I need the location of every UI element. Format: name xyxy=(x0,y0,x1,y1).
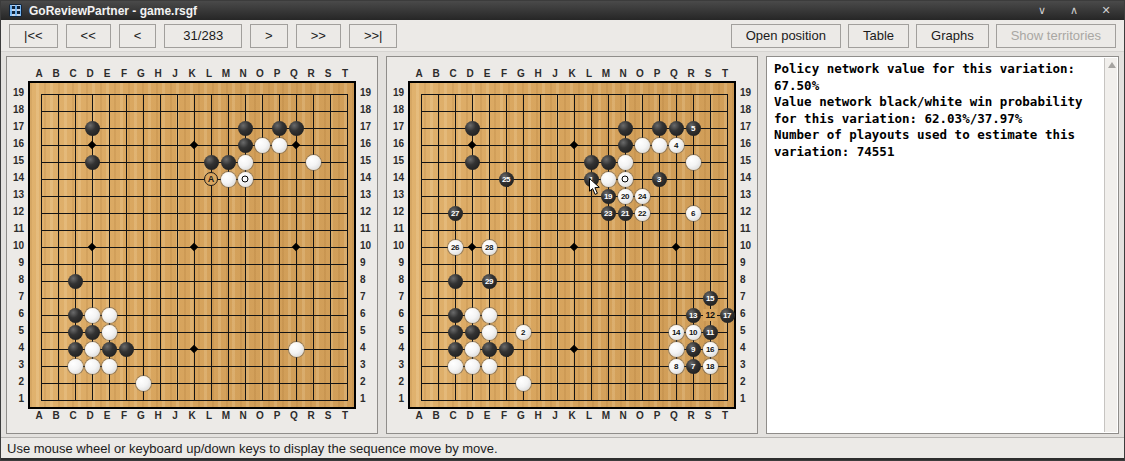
app-icon xyxy=(9,4,22,17)
first-move-button[interactable]: |<< xyxy=(9,24,58,48)
white-stone-d6 xyxy=(465,308,480,323)
white-stone-e10: 28 xyxy=(482,240,497,255)
row-label: 14 xyxy=(356,169,373,186)
row-label: 12 xyxy=(11,203,28,220)
white-stone-e3 xyxy=(102,359,117,374)
toolbar-actions: Open positionTableGraphsShow territories xyxy=(731,24,1116,48)
column-label: O xyxy=(252,409,269,423)
analysis-info-panel[interactable]: Policy network value for this variation:… xyxy=(766,56,1119,434)
row-label: 9 xyxy=(391,254,408,271)
column-label: R xyxy=(683,67,700,81)
column-labels-bottom: ABCDEFGHJKLMNOPQRST xyxy=(411,409,737,423)
row-label: 16 xyxy=(11,135,28,152)
white-stone-o12: 22 xyxy=(635,206,650,221)
black-stone-m15 xyxy=(221,155,236,170)
black-stone-c8 xyxy=(68,274,83,289)
black-stone-c5 xyxy=(448,325,463,340)
scroll-up-icon xyxy=(1108,62,1116,68)
move-number: 24 xyxy=(635,189,650,204)
move-number: 28 xyxy=(482,240,497,255)
row-label: 3 xyxy=(391,356,408,373)
move-number: 4 xyxy=(669,138,684,153)
black-stone-l15 xyxy=(584,155,599,170)
white-stone-s3: 18 xyxy=(703,359,718,374)
column-label: L xyxy=(201,67,218,81)
black-stone-f4 xyxy=(499,342,514,357)
row-label: 8 xyxy=(391,271,408,288)
move-number: 2 xyxy=(516,325,531,340)
row-label: 15 xyxy=(356,152,373,169)
column-label: O xyxy=(632,409,649,423)
black-stone-e4 xyxy=(102,342,117,357)
row-label: 6 xyxy=(11,305,28,322)
column-label: Q xyxy=(666,67,683,81)
white-stone-c10: 26 xyxy=(448,240,463,255)
black-stone-p14: 3 xyxy=(652,172,667,187)
move-number: 16 xyxy=(703,342,718,357)
column-label: A xyxy=(411,409,428,423)
column-label: F xyxy=(496,67,513,81)
move-number: 8 xyxy=(669,359,684,374)
column-label: P xyxy=(649,409,666,423)
row-label: 7 xyxy=(11,288,28,305)
maximize-button[interactable]: ∧ xyxy=(1064,4,1084,17)
white-stone-n14 xyxy=(618,172,633,187)
white-stone-o16 xyxy=(255,138,270,153)
column-label: A xyxy=(411,67,428,81)
column-label: D xyxy=(462,409,479,423)
row-label: 17 xyxy=(736,118,753,135)
move-number: 9 xyxy=(686,342,701,357)
column-label: B xyxy=(428,409,445,423)
column-label: D xyxy=(82,67,99,81)
white-stone-e5 xyxy=(482,325,497,340)
white-stone-p16 xyxy=(272,138,287,153)
white-stone-r12: 6 xyxy=(686,206,701,221)
white-stone-n15 xyxy=(618,155,633,170)
row-label: 14 xyxy=(391,169,408,186)
row-label: 12 xyxy=(391,203,408,220)
captured-move-number: 12 xyxy=(703,309,717,321)
window-controls: ∨∧✕ xyxy=(1032,4,1116,17)
row-label: 3 xyxy=(11,356,28,373)
row-label: 15 xyxy=(391,152,408,169)
row-label: 18 xyxy=(356,101,373,118)
row-label: 6 xyxy=(736,305,753,322)
row-label: 17 xyxy=(11,118,28,135)
black-stone-m13: 19 xyxy=(601,189,616,204)
row-label: 7 xyxy=(356,288,373,305)
column-label: D xyxy=(462,67,479,81)
column-label: Q xyxy=(666,409,683,423)
column-label: R xyxy=(683,409,700,423)
back-ten-button[interactable]: << xyxy=(66,24,111,48)
column-label: R xyxy=(303,67,320,81)
column-label: H xyxy=(150,67,167,81)
row-label: 19 xyxy=(11,84,28,101)
move-number: 18 xyxy=(703,359,718,374)
column-label: E xyxy=(479,409,496,423)
minimize-button[interactable]: ∨ xyxy=(1032,4,1052,17)
status-text: Use mouse wheel or keyboard up/down keys… xyxy=(7,441,498,456)
move-number: 21 xyxy=(618,206,633,221)
white-stone-o16 xyxy=(635,138,650,153)
row-labels-left: 19181716151413121110987654321 xyxy=(11,84,28,410)
white-stone-g2 xyxy=(136,376,151,391)
row-label: 11 xyxy=(356,220,373,237)
graphs-button[interactable]: Graphs xyxy=(916,24,989,48)
row-label: 9 xyxy=(11,254,28,271)
black-stone-n17 xyxy=(238,121,253,136)
forward-ten-button[interactable]: >> xyxy=(296,24,341,48)
white-stone-q5: 14 xyxy=(669,325,684,340)
white-stone-c3 xyxy=(68,359,83,374)
white-stone-q4 xyxy=(669,342,684,357)
white-stone-e3 xyxy=(482,359,497,374)
white-stone-e5 xyxy=(102,325,117,340)
last-move-marker xyxy=(242,176,249,183)
column-label: C xyxy=(445,409,462,423)
white-stone-o13: 24 xyxy=(635,189,650,204)
black-stone-c6 xyxy=(448,308,463,323)
row-label: 4 xyxy=(391,339,408,356)
white-stone-q4 xyxy=(289,342,304,357)
column-label: M xyxy=(218,67,235,81)
row-label: 12 xyxy=(736,203,753,220)
black-stone-c12: 27 xyxy=(448,206,463,221)
column-label: P xyxy=(649,67,666,81)
column-label: Q xyxy=(286,67,303,81)
column-label: F xyxy=(116,67,133,81)
row-label: 5 xyxy=(11,322,28,339)
game-board-panel: ABCDEFGHJKLMNOPQRST191817161514131211109… xyxy=(6,56,378,434)
move-number: 19 xyxy=(601,189,616,204)
column-label: K xyxy=(564,67,581,81)
goban[interactable]: 1234567891011131415161718192021222324252… xyxy=(408,81,736,409)
white-stone-d6 xyxy=(85,308,100,323)
row-label: 18 xyxy=(736,101,753,118)
row-label: 5 xyxy=(356,322,373,339)
white-stone-e6 xyxy=(482,308,497,323)
black-stone-d15 xyxy=(85,155,100,170)
back-one-button[interactable]: < xyxy=(119,24,157,48)
row-label: 1 xyxy=(11,390,28,407)
row-label: 7 xyxy=(736,288,753,305)
nav-back-group: |<<<<< xyxy=(9,24,156,48)
row-label: 2 xyxy=(736,373,753,390)
row-label: 3 xyxy=(356,356,373,373)
navigation-toolbar: |<<<<< 31/283 >>>>>| Open positionTableG… xyxy=(1,20,1124,52)
info-scrollbar[interactable] xyxy=(1104,58,1117,432)
move-number: 7 xyxy=(686,359,701,374)
row-label: 4 xyxy=(736,339,753,356)
white-stone-d4 xyxy=(465,342,480,357)
row-label: 15 xyxy=(11,152,28,169)
column-label: A xyxy=(31,409,48,423)
move-number: 3 xyxy=(652,172,667,187)
black-stone-n16 xyxy=(238,138,253,153)
move-number: 17 xyxy=(720,308,735,323)
row-label: 5 xyxy=(391,322,408,339)
column-label: A xyxy=(31,67,48,81)
variation-board-panel: ABCDEFGHJKLMNOPQRST191817161514131211109… xyxy=(386,56,758,434)
row-label: 2 xyxy=(11,373,28,390)
row-label: 14 xyxy=(11,169,28,186)
goban[interactable]: A xyxy=(28,81,356,409)
row-label: 11 xyxy=(736,220,753,237)
column-label: E xyxy=(479,67,496,81)
row-label: 10 xyxy=(736,237,753,254)
column-label: L xyxy=(581,67,598,81)
column-label: T xyxy=(337,67,354,81)
column-labels-top: ABCDEFGHJKLMNOPQRST xyxy=(411,67,737,81)
column-label: M xyxy=(218,409,235,423)
row-label: 13 xyxy=(736,186,753,203)
row-label: 8 xyxy=(11,271,28,288)
analysis-info-text: Policy network value for this variation:… xyxy=(774,61,1096,160)
black-stone-r4: 9 xyxy=(686,342,701,357)
move-number: 26 xyxy=(448,240,463,255)
row-label: 1 xyxy=(736,390,753,407)
column-label: T xyxy=(337,409,354,423)
white-stone-p16 xyxy=(652,138,667,153)
black-stone-s7: 15 xyxy=(703,291,718,306)
column-label: L xyxy=(201,409,218,423)
row-label: 16 xyxy=(356,135,373,152)
row-label: 1 xyxy=(356,390,373,407)
column-label: E xyxy=(99,409,116,423)
main-area: ABCDEFGHJKLMNOPQRST191817161514131211109… xyxy=(1,52,1124,437)
black-stone-m12: 23 xyxy=(601,206,616,221)
move-number: 22 xyxy=(635,206,650,221)
row-label: 4 xyxy=(11,339,28,356)
white-stone-e6 xyxy=(102,308,117,323)
white-stone-g5: 2 xyxy=(516,325,531,340)
column-label: C xyxy=(65,67,82,81)
white-stone-q16: 4 xyxy=(669,138,684,153)
column-label: L xyxy=(581,409,598,423)
column-label: N xyxy=(615,409,632,423)
column-label: F xyxy=(116,409,133,423)
show-territories-button[interactable]: Show territories xyxy=(996,24,1116,48)
row-labels-right: 19181716151413121110987654321 xyxy=(736,84,753,410)
black-stone-r3: 7 xyxy=(686,359,701,374)
column-label: G xyxy=(513,67,530,81)
mouse-cursor xyxy=(589,178,601,200)
black-stone-p17 xyxy=(272,121,287,136)
column-label: H xyxy=(530,409,547,423)
row-label: 19 xyxy=(356,84,373,101)
column-label: M xyxy=(598,409,615,423)
column-label: C xyxy=(65,409,82,423)
black-stone-d5 xyxy=(85,325,100,340)
column-label: K xyxy=(564,409,581,423)
app-window: GoReviewPartner - game.rsgf ∨∧✕ |<<<<< 3… xyxy=(0,0,1125,461)
white-stone-m14 xyxy=(601,172,616,187)
row-labels-right: 19181716151413121110987654321 xyxy=(356,84,373,410)
white-stone-m14 xyxy=(221,172,236,187)
column-label: O xyxy=(632,67,649,81)
column-label: N xyxy=(615,67,632,81)
forward-one-button[interactable]: > xyxy=(250,24,288,48)
row-label: 8 xyxy=(736,271,753,288)
column-label: J xyxy=(547,67,564,81)
column-label: E xyxy=(99,67,116,81)
row-label: 19 xyxy=(736,84,753,101)
last-move-button[interactable]: >>| xyxy=(349,24,398,48)
black-stone-c8 xyxy=(448,274,463,289)
board-overlay: A xyxy=(33,86,356,409)
status-bar: Use mouse wheel or keyboard up/down keys… xyxy=(1,437,1124,460)
black-stone-e4 xyxy=(482,342,497,357)
black-stone-d15 xyxy=(465,155,480,170)
column-label: P xyxy=(269,409,286,423)
column-label: S xyxy=(700,67,717,81)
white-stone-d3 xyxy=(465,359,480,374)
row-label: 4 xyxy=(356,339,373,356)
move-number: 5 xyxy=(686,121,701,136)
white-stone-n14 xyxy=(238,172,253,187)
nav-forward-group: >>>>>| xyxy=(250,24,397,48)
row-label: 5 xyxy=(736,322,753,339)
last-move-marker xyxy=(622,176,629,183)
column-label: B xyxy=(48,409,65,423)
column-label: B xyxy=(48,67,65,81)
point-label-a: A xyxy=(204,172,218,186)
column-label: T xyxy=(717,67,734,81)
black-stone-c4 xyxy=(68,342,83,357)
black-stone-s5: 11 xyxy=(703,325,718,340)
white-stone-n13: 20 xyxy=(618,189,633,204)
column-label: G xyxy=(513,409,530,423)
row-label: 9 xyxy=(736,254,753,271)
row-label: 9 xyxy=(356,254,373,271)
black-stone-d17 xyxy=(85,121,100,136)
black-stone-m15 xyxy=(601,155,616,170)
black-stone-p17 xyxy=(652,121,667,136)
row-label: 18 xyxy=(11,101,28,118)
column-label: S xyxy=(700,409,717,423)
row-label: 10 xyxy=(391,237,408,254)
black-stone-q17 xyxy=(289,121,304,136)
white-stone-c3 xyxy=(448,359,463,374)
row-label: 15 xyxy=(736,152,753,169)
main-game-board: ABCDEFGHJKLMNOPQRST191817161514131211109… xyxy=(11,67,373,423)
black-stone-c6 xyxy=(68,308,83,323)
row-label: 13 xyxy=(11,186,28,203)
move-number: 29 xyxy=(482,274,497,289)
row-label: 10 xyxy=(11,237,28,254)
row-label: 17 xyxy=(356,118,373,135)
row-label: 11 xyxy=(391,220,408,237)
row-label: 3 xyxy=(736,356,753,373)
column-label: C xyxy=(445,67,462,81)
column-label: T xyxy=(717,409,734,423)
black-stone-r6: 13 xyxy=(686,308,701,323)
scroll-up-button[interactable] xyxy=(1105,58,1118,71)
white-stone-r5: 10 xyxy=(686,325,701,340)
row-label: 13 xyxy=(391,186,408,203)
black-stone-f14: 25 xyxy=(499,172,514,187)
table-button[interactable]: Table xyxy=(848,24,909,48)
row-label: 7 xyxy=(391,288,408,305)
column-label: O xyxy=(252,67,269,81)
column-label: N xyxy=(235,67,252,81)
column-label: D xyxy=(82,409,99,423)
column-label: K xyxy=(184,67,201,81)
move-counter: 31/283 xyxy=(164,24,242,48)
title-bar[interactable]: GoReviewPartner - game.rsgf ∨∧✕ xyxy=(1,1,1124,20)
row-label: 6 xyxy=(391,305,408,322)
row-label: 6 xyxy=(356,305,373,322)
white-stone-d4 xyxy=(85,342,100,357)
move-number: 10 xyxy=(686,325,701,340)
white-stone-r15 xyxy=(686,155,701,170)
open-position-button[interactable]: Open position xyxy=(731,24,841,48)
column-label: P xyxy=(269,67,286,81)
white-stone-s4: 16 xyxy=(703,342,718,357)
black-stone-n16 xyxy=(618,138,633,153)
column-label: G xyxy=(133,409,150,423)
column-label: K xyxy=(184,409,201,423)
move-number: 15 xyxy=(703,291,718,306)
move-number: 13 xyxy=(686,308,701,323)
black-stone-t6: 17 xyxy=(720,308,735,323)
column-label: H xyxy=(530,67,547,81)
black-stone-d17 xyxy=(465,121,480,136)
black-stone-r17: 5 xyxy=(686,121,701,136)
black-stone-c4 xyxy=(448,342,463,357)
close-button[interactable]: ✕ xyxy=(1096,4,1116,17)
row-label: 11 xyxy=(11,220,28,237)
row-label: 10 xyxy=(356,237,373,254)
white-stone-g2 xyxy=(516,376,531,391)
white-stone-n15 xyxy=(238,155,253,170)
column-label: N xyxy=(235,409,252,423)
move-number: 11 xyxy=(703,325,718,340)
row-label: 18 xyxy=(391,101,408,118)
black-stone-c5 xyxy=(68,325,83,340)
white-stone-r15 xyxy=(306,155,321,170)
black-stone-d5 xyxy=(465,325,480,340)
move-number: 14 xyxy=(669,325,684,340)
row-labels-left: 19181716151413121110987654321 xyxy=(391,84,408,410)
move-number: 6 xyxy=(686,206,701,221)
row-label: 16 xyxy=(736,135,753,152)
column-label: S xyxy=(320,67,337,81)
move-number: 27 xyxy=(448,206,463,221)
move-number: 25 xyxy=(499,172,514,187)
row-label: 14 xyxy=(736,169,753,186)
move-number: 23 xyxy=(601,206,616,221)
window-title: GoReviewPartner - game.rsgf xyxy=(29,4,197,18)
board-overlay: 1234567891011131415161718192021222324252… xyxy=(413,86,736,409)
column-labels-top: ABCDEFGHJKLMNOPQRST xyxy=(31,67,357,81)
black-stone-q17 xyxy=(669,121,684,136)
row-label: 2 xyxy=(391,373,408,390)
column-label: F xyxy=(496,409,513,423)
black-stone-n12: 21 xyxy=(618,206,633,221)
column-label: Q xyxy=(286,409,303,423)
row-label: 13 xyxy=(356,186,373,203)
white-stone-d3 xyxy=(85,359,100,374)
row-label: 16 xyxy=(391,135,408,152)
black-stone-f4 xyxy=(119,342,134,357)
column-label: R xyxy=(303,409,320,423)
white-stone-q3: 8 xyxy=(669,359,684,374)
row-label: 17 xyxy=(391,118,408,135)
black-stone-n17 xyxy=(618,121,633,136)
